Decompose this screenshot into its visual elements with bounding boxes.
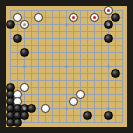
board-intersection[interactable] <box>91 42 98 49</box>
board-intersection[interactable] <box>7 63 14 70</box>
board-intersection[interactable] <box>49 63 56 70</box>
board-intersection[interactable] <box>84 84 91 91</box>
board-intersection[interactable] <box>56 28 63 35</box>
board-intersection[interactable] <box>84 42 91 49</box>
board-intersection[interactable] <box>91 119 98 126</box>
board-intersection[interactable] <box>91 70 98 77</box>
board-intersection[interactable] <box>84 63 91 70</box>
board-intersection[interactable] <box>112 21 119 28</box>
board-intersection[interactable] <box>42 112 49 119</box>
board-intersection[interactable] <box>84 56 91 63</box>
board-intersection[interactable] <box>112 84 119 91</box>
red-dot-marker <box>93 16 96 19</box>
board-intersection[interactable] <box>49 14 56 21</box>
board-intersection[interactable] <box>28 28 35 35</box>
board-intersection[interactable] <box>49 35 56 42</box>
star-point <box>23 23 26 26</box>
board-intersection[interactable] <box>119 98 126 105</box>
board-intersection[interactable] <box>112 35 119 42</box>
board-intersection[interactable] <box>35 14 42 21</box>
board-intersection[interactable] <box>105 91 112 98</box>
board-intersection[interactable] <box>91 35 98 42</box>
board-intersection[interactable] <box>49 105 56 112</box>
board-intersection[interactable] <box>14 119 21 126</box>
board-intersection[interactable] <box>84 70 91 77</box>
board-intersection[interactable] <box>84 119 91 126</box>
board-intersection[interactable] <box>98 42 105 49</box>
board-intersection[interactable] <box>49 119 56 126</box>
board-intersection[interactable] <box>98 119 105 126</box>
board-intersection[interactable] <box>98 84 105 91</box>
board-intersection[interactable] <box>91 14 98 21</box>
board-intersection[interactable] <box>98 98 105 105</box>
board-intersection[interactable] <box>119 70 126 77</box>
board-intersection[interactable] <box>21 56 28 63</box>
board-intersection[interactable] <box>35 112 42 119</box>
board-intersection[interactable] <box>56 119 63 126</box>
board-intersection[interactable] <box>105 35 112 42</box>
board-intersection[interactable] <box>56 98 63 105</box>
board-intersection[interactable] <box>91 84 98 91</box>
board-intersection[interactable] <box>119 49 126 56</box>
board-intersection[interactable] <box>14 70 21 77</box>
board-intersection[interactable] <box>91 56 98 63</box>
board-intersection[interactable] <box>42 91 49 98</box>
board-intersection[interactable] <box>35 119 42 126</box>
board-intersection[interactable] <box>91 21 98 28</box>
board-intersection[interactable] <box>35 98 42 105</box>
board-intersection[interactable] <box>35 91 42 98</box>
board-intersection[interactable] <box>119 35 126 42</box>
board-intersection[interactable] <box>70 70 77 77</box>
board-intersection[interactable] <box>119 119 126 126</box>
board-intersection[interactable] <box>70 14 77 21</box>
board-intersection[interactable] <box>49 7 56 14</box>
board-intersection[interactable] <box>77 70 84 77</box>
board-intersection[interactable] <box>70 105 77 112</box>
board-intersection[interactable] <box>119 42 126 49</box>
board-intersection[interactable] <box>84 112 91 119</box>
board-intersection[interactable] <box>42 84 49 91</box>
board-intersection[interactable] <box>77 35 84 42</box>
board-intersection[interactable] <box>70 28 77 35</box>
board-intersection[interactable] <box>42 77 49 84</box>
board-intersection[interactable] <box>56 91 63 98</box>
board-intersection[interactable] <box>49 77 56 84</box>
board-intersection[interactable] <box>91 98 98 105</box>
board-intersection[interactable] <box>21 28 28 35</box>
board-intersection[interactable] <box>21 35 28 42</box>
star-point <box>107 107 110 110</box>
board-intersection[interactable] <box>42 119 49 126</box>
board-intersection[interactable] <box>56 70 63 77</box>
board-intersection[interactable] <box>119 84 126 91</box>
board-intersection[interactable] <box>14 77 21 84</box>
board-intersection[interactable] <box>28 49 35 56</box>
board-intersection[interactable] <box>98 14 105 21</box>
board-intersection[interactable] <box>7 21 14 28</box>
star-point <box>65 65 68 68</box>
board-intersection[interactable] <box>91 91 98 98</box>
board-intersection[interactable] <box>35 63 42 70</box>
board-intersection[interactable] <box>112 77 119 84</box>
board-intersection[interactable] <box>35 42 42 49</box>
board-intersection[interactable] <box>91 28 98 35</box>
board-intersection[interactable] <box>119 77 126 84</box>
board-intersection[interactable] <box>28 70 35 77</box>
board-intersection[interactable] <box>63 70 70 77</box>
board-intersection[interactable] <box>21 7 28 14</box>
board-intersection[interactable] <box>105 56 112 63</box>
board-intersection[interactable] <box>70 63 77 70</box>
board-intersection[interactable] <box>56 105 63 112</box>
board-intersection[interactable] <box>28 35 35 42</box>
board-intersection[interactable] <box>112 14 119 21</box>
board-intersection[interactable] <box>49 28 56 35</box>
board-intersection[interactable] <box>105 98 112 105</box>
board-intersection[interactable] <box>42 14 49 21</box>
board-intersection[interactable] <box>35 35 42 42</box>
board-intersection[interactable] <box>77 98 84 105</box>
board-intersection[interactable] <box>49 21 56 28</box>
board-intersection[interactable] <box>49 98 56 105</box>
board-intersection[interactable] <box>35 56 42 63</box>
board-intersection[interactable] <box>119 112 126 119</box>
board-intersection[interactable] <box>14 63 21 70</box>
board-intersection[interactable] <box>56 7 63 14</box>
board-intersection[interactable] <box>14 14 21 21</box>
board-intersection[interactable] <box>28 91 35 98</box>
board-intersection[interactable] <box>7 70 14 77</box>
board-intersection[interactable] <box>7 42 14 49</box>
board-intersection[interactable] <box>35 77 42 84</box>
board-intersection[interactable] <box>21 84 28 91</box>
board-intersection[interactable] <box>21 70 28 77</box>
board-intersection[interactable] <box>35 84 42 91</box>
board-intersection[interactable] <box>77 21 84 28</box>
board-intersection[interactable] <box>42 21 49 28</box>
board-intersection[interactable] <box>28 42 35 49</box>
red-dot-marker <box>72 16 75 19</box>
board-intersection[interactable] <box>21 119 28 126</box>
board-intersection[interactable] <box>119 56 126 63</box>
board-intersection[interactable] <box>112 49 119 56</box>
board-intersection[interactable] <box>105 49 112 56</box>
board-intersection[interactable] <box>28 119 35 126</box>
board-intersection[interactable] <box>63 112 70 119</box>
board-intersection[interactable] <box>84 77 91 84</box>
board-intersection[interactable] <box>70 98 77 105</box>
board-intersection[interactable] <box>63 77 70 84</box>
board-intersection[interactable] <box>42 28 49 35</box>
board-intersection[interactable] <box>14 42 21 49</box>
board-intersection[interactable] <box>49 56 56 63</box>
board-intersection[interactable] <box>77 105 84 112</box>
board-intersection[interactable] <box>84 98 91 105</box>
star-point <box>23 107 26 110</box>
board-intersection[interactable] <box>28 7 35 14</box>
board-intersection[interactable] <box>21 91 28 98</box>
board-intersection[interactable] <box>49 70 56 77</box>
board-intersection[interactable] <box>91 77 98 84</box>
board-intersection[interactable] <box>91 63 98 70</box>
board-intersection[interactable] <box>105 77 112 84</box>
board-intersection[interactable] <box>7 28 14 35</box>
board-intersection[interactable] <box>98 28 105 35</box>
board-intersection[interactable] <box>105 7 112 14</box>
board-intersection[interactable] <box>35 70 42 77</box>
board-intersection[interactable] <box>98 77 105 84</box>
board-intersection[interactable] <box>49 84 56 91</box>
board-intersection[interactable] <box>7 49 14 56</box>
board-intersection[interactable] <box>56 56 63 63</box>
board-intersection[interactable] <box>42 42 49 49</box>
board-intersection[interactable] <box>98 70 105 77</box>
board-intersection[interactable] <box>63 28 70 35</box>
board-intersection[interactable] <box>70 49 77 56</box>
board-intersection[interactable] <box>70 42 77 49</box>
board-intersection[interactable] <box>70 21 77 28</box>
board-intersection[interactable] <box>7 7 14 14</box>
board-intersection[interactable] <box>21 49 28 56</box>
board-intersection[interactable] <box>21 112 28 119</box>
board-intersection[interactable] <box>119 91 126 98</box>
board-intersection[interactable] <box>77 91 84 98</box>
board-intersection[interactable] <box>77 77 84 84</box>
board-intersection[interactable] <box>119 28 126 35</box>
board-intersection[interactable] <box>42 49 49 56</box>
board-intersection[interactable] <box>56 14 63 21</box>
board-intersection[interactable] <box>91 112 98 119</box>
board-intersection[interactable] <box>77 49 84 56</box>
board-intersection[interactable] <box>49 42 56 49</box>
board-intersection[interactable] <box>70 112 77 119</box>
board-intersection[interactable] <box>77 7 84 14</box>
board-intersection[interactable] <box>56 112 63 119</box>
board-intersection[interactable] <box>49 112 56 119</box>
board-intersection[interactable] <box>119 14 126 21</box>
board-intersection[interactable] <box>14 56 21 63</box>
board-intersection[interactable] <box>112 91 119 98</box>
board-intersection[interactable] <box>56 63 63 70</box>
board-intersection[interactable] <box>28 21 35 28</box>
board-intersection[interactable] <box>49 91 56 98</box>
board-intersection[interactable] <box>42 63 49 70</box>
board-intersection[interactable] <box>112 119 119 126</box>
board-intersection[interactable] <box>91 105 98 112</box>
board-intersection[interactable] <box>63 119 70 126</box>
board-intersection[interactable] <box>70 56 77 63</box>
board-intersection[interactable] <box>56 77 63 84</box>
board-intersection[interactable] <box>119 21 126 28</box>
board-intersection[interactable] <box>112 105 119 112</box>
board-intersection[interactable] <box>56 84 63 91</box>
board-intersection[interactable] <box>56 42 63 49</box>
board-intersection[interactable] <box>77 42 84 49</box>
board-intersection[interactable] <box>112 42 119 49</box>
board-intersection[interactable] <box>63 91 70 98</box>
board-intersection[interactable] <box>63 35 70 42</box>
board-intersection[interactable] <box>42 7 49 14</box>
board-intersection[interactable] <box>119 105 126 112</box>
board-intersection[interactable] <box>77 56 84 63</box>
board-intersection[interactable] <box>14 35 21 42</box>
board-intersection[interactable] <box>98 49 105 56</box>
board-intersection[interactable] <box>105 42 112 49</box>
board-intersection[interactable] <box>35 49 42 56</box>
board-intersection[interactable] <box>42 105 49 112</box>
board-intersection[interactable] <box>105 84 112 91</box>
board-intersection[interactable] <box>84 28 91 35</box>
board-intersection[interactable] <box>28 63 35 70</box>
board-intersection[interactable] <box>84 7 91 14</box>
board-intersection[interactable] <box>84 21 91 28</box>
board-intersection[interactable] <box>119 63 126 70</box>
board-intersection[interactable] <box>77 14 84 21</box>
board-intersection[interactable] <box>77 63 84 70</box>
board-intersection[interactable] <box>98 91 105 98</box>
board-intersection[interactable] <box>56 35 63 42</box>
board-intersection[interactable] <box>56 49 63 56</box>
red-dot-marker <box>107 9 110 12</box>
star-point <box>23 65 26 68</box>
board-intersection[interactable] <box>42 35 49 42</box>
go-board[interactable] <box>6 6 127 127</box>
board-intersection[interactable] <box>98 56 105 63</box>
star-point <box>107 65 110 68</box>
star-point <box>107 23 110 26</box>
board-intersection[interactable] <box>112 28 119 35</box>
board-intersection[interactable] <box>63 56 70 63</box>
board-intersection[interactable] <box>35 28 42 35</box>
board-intersection[interactable] <box>84 49 91 56</box>
board-intersection[interactable] <box>98 63 105 70</box>
board-intersection[interactable] <box>112 98 119 105</box>
star-point <box>65 23 68 26</box>
board-intersection[interactable] <box>98 105 105 112</box>
board-intersection[interactable] <box>84 35 91 42</box>
board-intersection[interactable] <box>70 119 77 126</box>
goban-frame <box>0 0 133 133</box>
board-intersection[interactable] <box>112 112 119 119</box>
board-intersection[interactable] <box>70 35 77 42</box>
board-intersection[interactable] <box>28 105 35 112</box>
board-intersection[interactable] <box>7 56 14 63</box>
board-intersection[interactable] <box>70 84 77 91</box>
board-intersection[interactable] <box>28 77 35 84</box>
star-point <box>65 107 68 110</box>
board-intersection[interactable] <box>112 70 119 77</box>
board-intersection[interactable] <box>35 21 42 28</box>
board-intersection[interactable] <box>112 56 119 63</box>
board-intersection[interactable] <box>91 49 98 56</box>
board-intersection[interactable] <box>119 7 126 14</box>
board-intersection[interactable] <box>28 84 35 91</box>
board-intersection[interactable] <box>28 112 35 119</box>
board-intersection[interactable] <box>42 70 49 77</box>
board-intersection[interactable] <box>28 56 35 63</box>
board-intersection[interactable] <box>84 91 91 98</box>
board-intersection[interactable] <box>70 77 77 84</box>
board-intersection[interactable] <box>63 49 70 56</box>
board-intersection[interactable] <box>63 84 70 91</box>
board-intersection[interactable] <box>105 119 112 126</box>
board-intersection[interactable] <box>42 56 49 63</box>
board-intersection[interactable] <box>105 112 112 119</box>
board-intersection[interactable] <box>56 21 63 28</box>
board-intersection[interactable] <box>77 28 84 35</box>
board-intersection[interactable] <box>49 49 56 56</box>
board-intersection[interactable] <box>63 42 70 49</box>
board-intersection[interactable] <box>77 119 84 126</box>
board-intersection[interactable] <box>63 7 70 14</box>
